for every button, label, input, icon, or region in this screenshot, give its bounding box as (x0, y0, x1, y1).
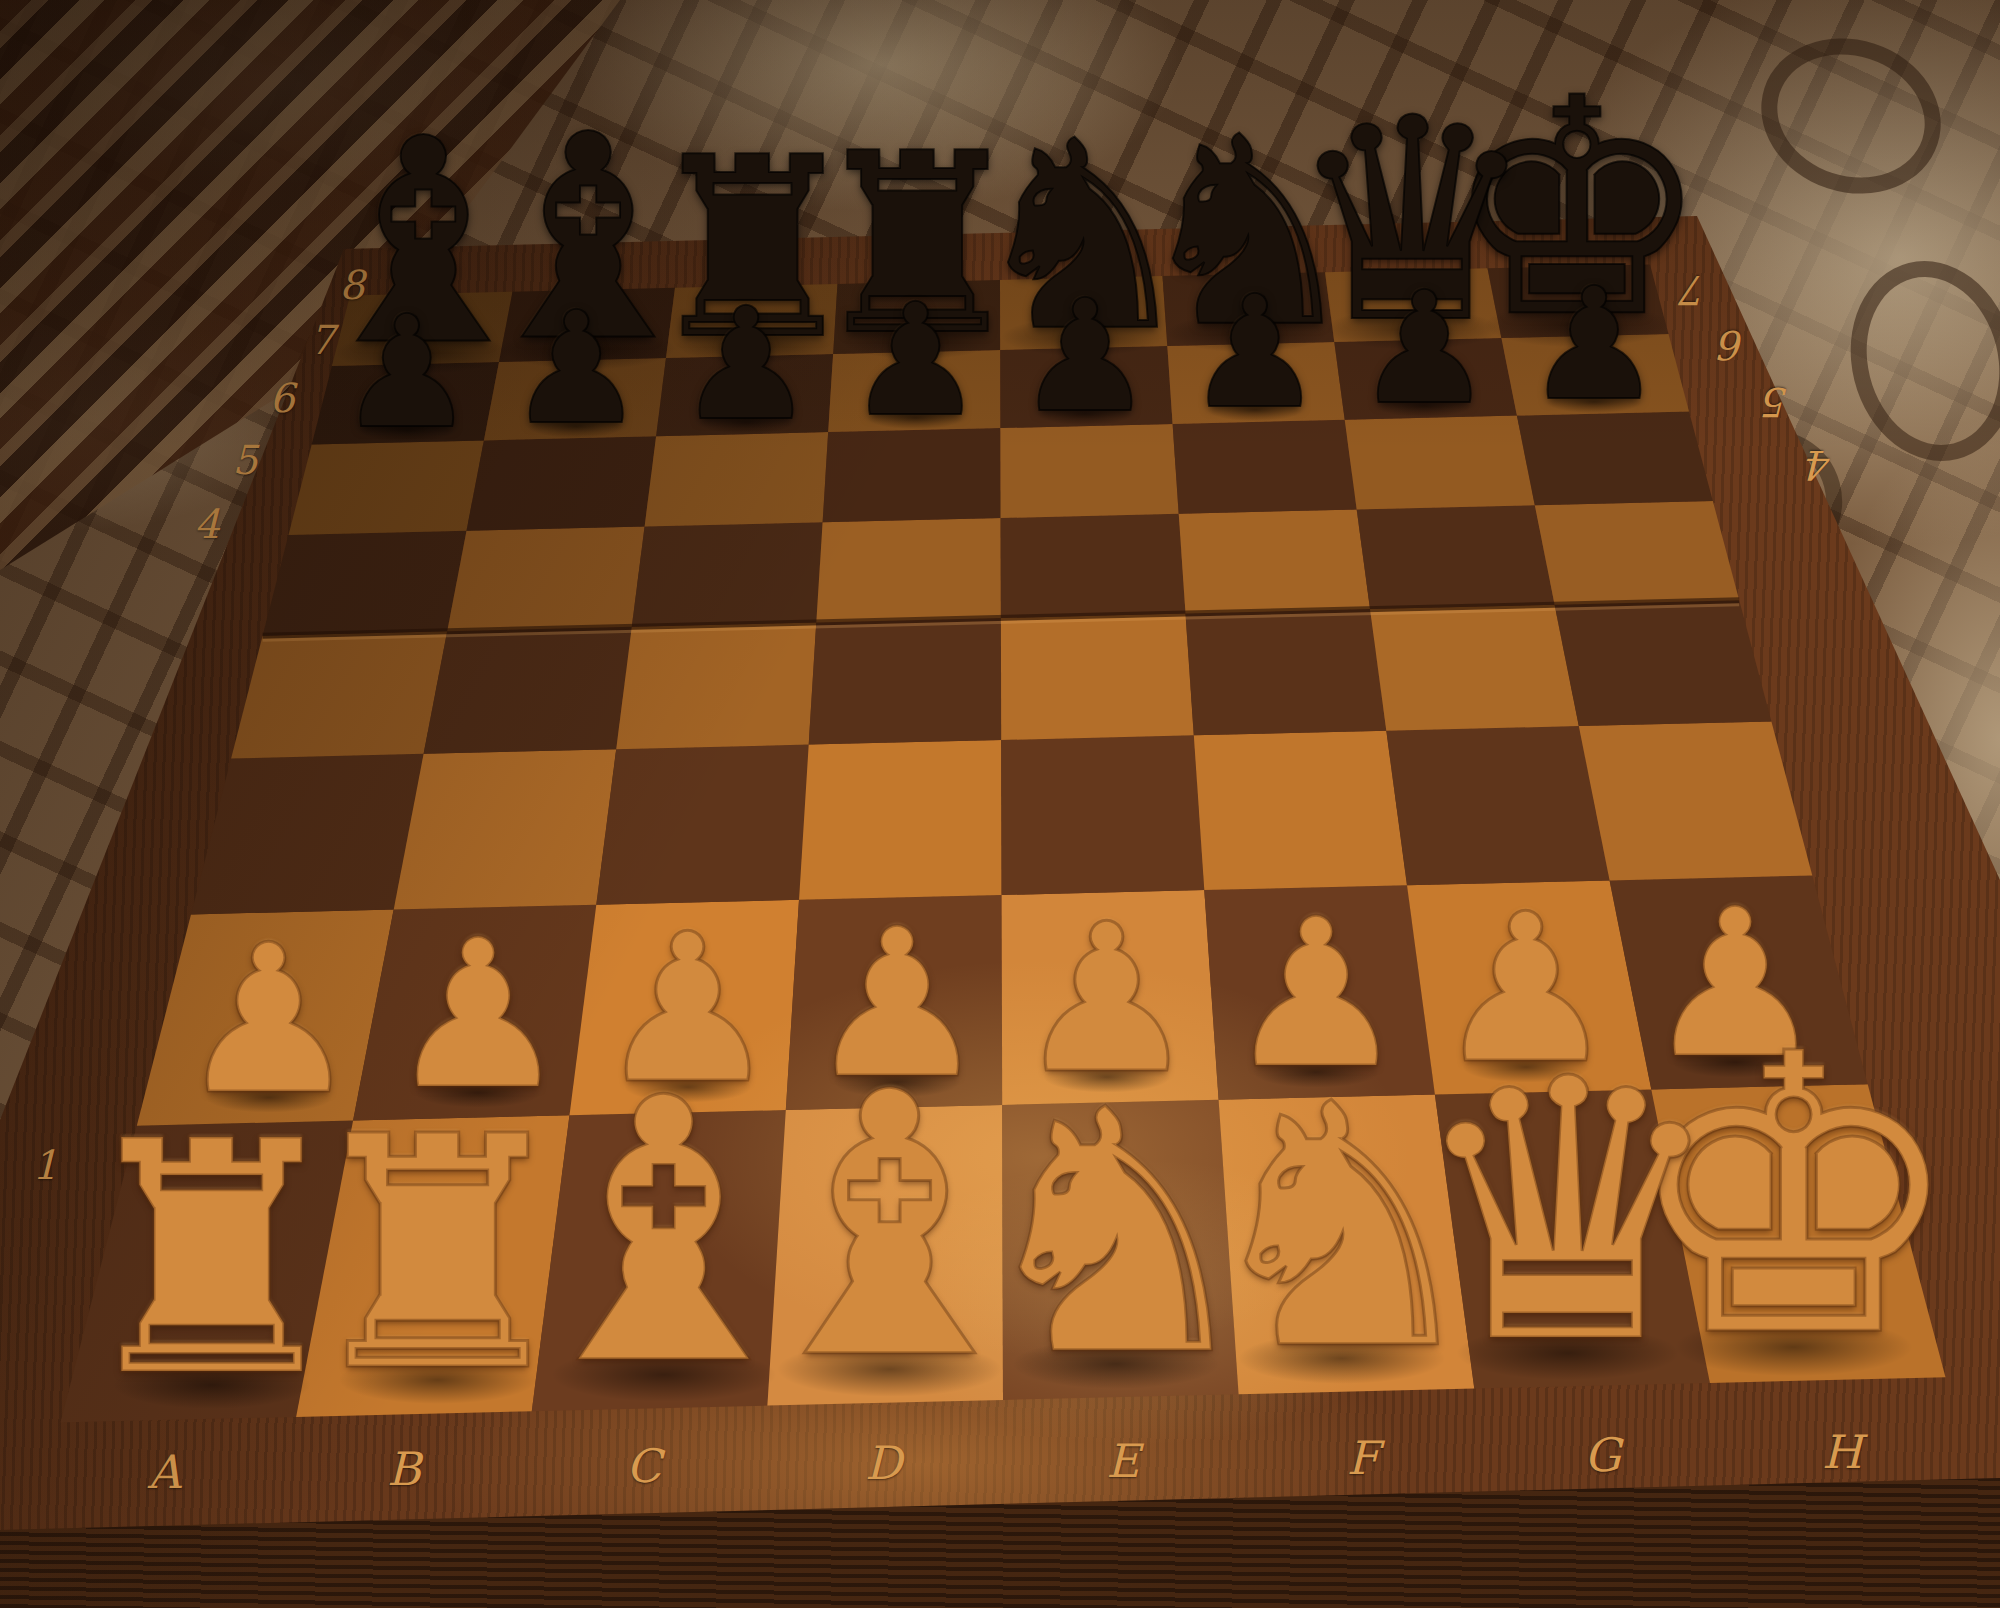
piece-black-pawn-e7[interactable]: ♟ (1016, 279, 1155, 434)
piece-white-rook-a1[interactable]: ♜ (68, 1101, 355, 1421)
piece-black-pawn-f7[interactable]: ♟ (1185, 275, 1324, 430)
photo-scene: ABCDEFGH87654176541 ♝♝♜♜♞♞♛♚♟♟♟♟♟♟♟♟♟♟♟♟… (0, 0, 2000, 1608)
piece-black-pawn-b7[interactable]: ♟ (507, 291, 646, 446)
piece-black-pawn-c7[interactable]: ♟ (676, 287, 815, 442)
piece-black-pawn-d7[interactable]: ♟ (846, 283, 985, 438)
piece-black-pawn-a7[interactable]: ♟ (337, 295, 476, 450)
piece-black-pawn-g7[interactable]: ♟ (1355, 271, 1494, 426)
piece-black-pawn-h7[interactable]: ♟ (1524, 266, 1663, 421)
pieces-layer: ♝♝♜♜♞♞♛♚♟♟♟♟♟♟♟♟♟♟♟♟♟♟♟♟♜♜♝♝♞♞♛♚ (0, 0, 2000, 1608)
